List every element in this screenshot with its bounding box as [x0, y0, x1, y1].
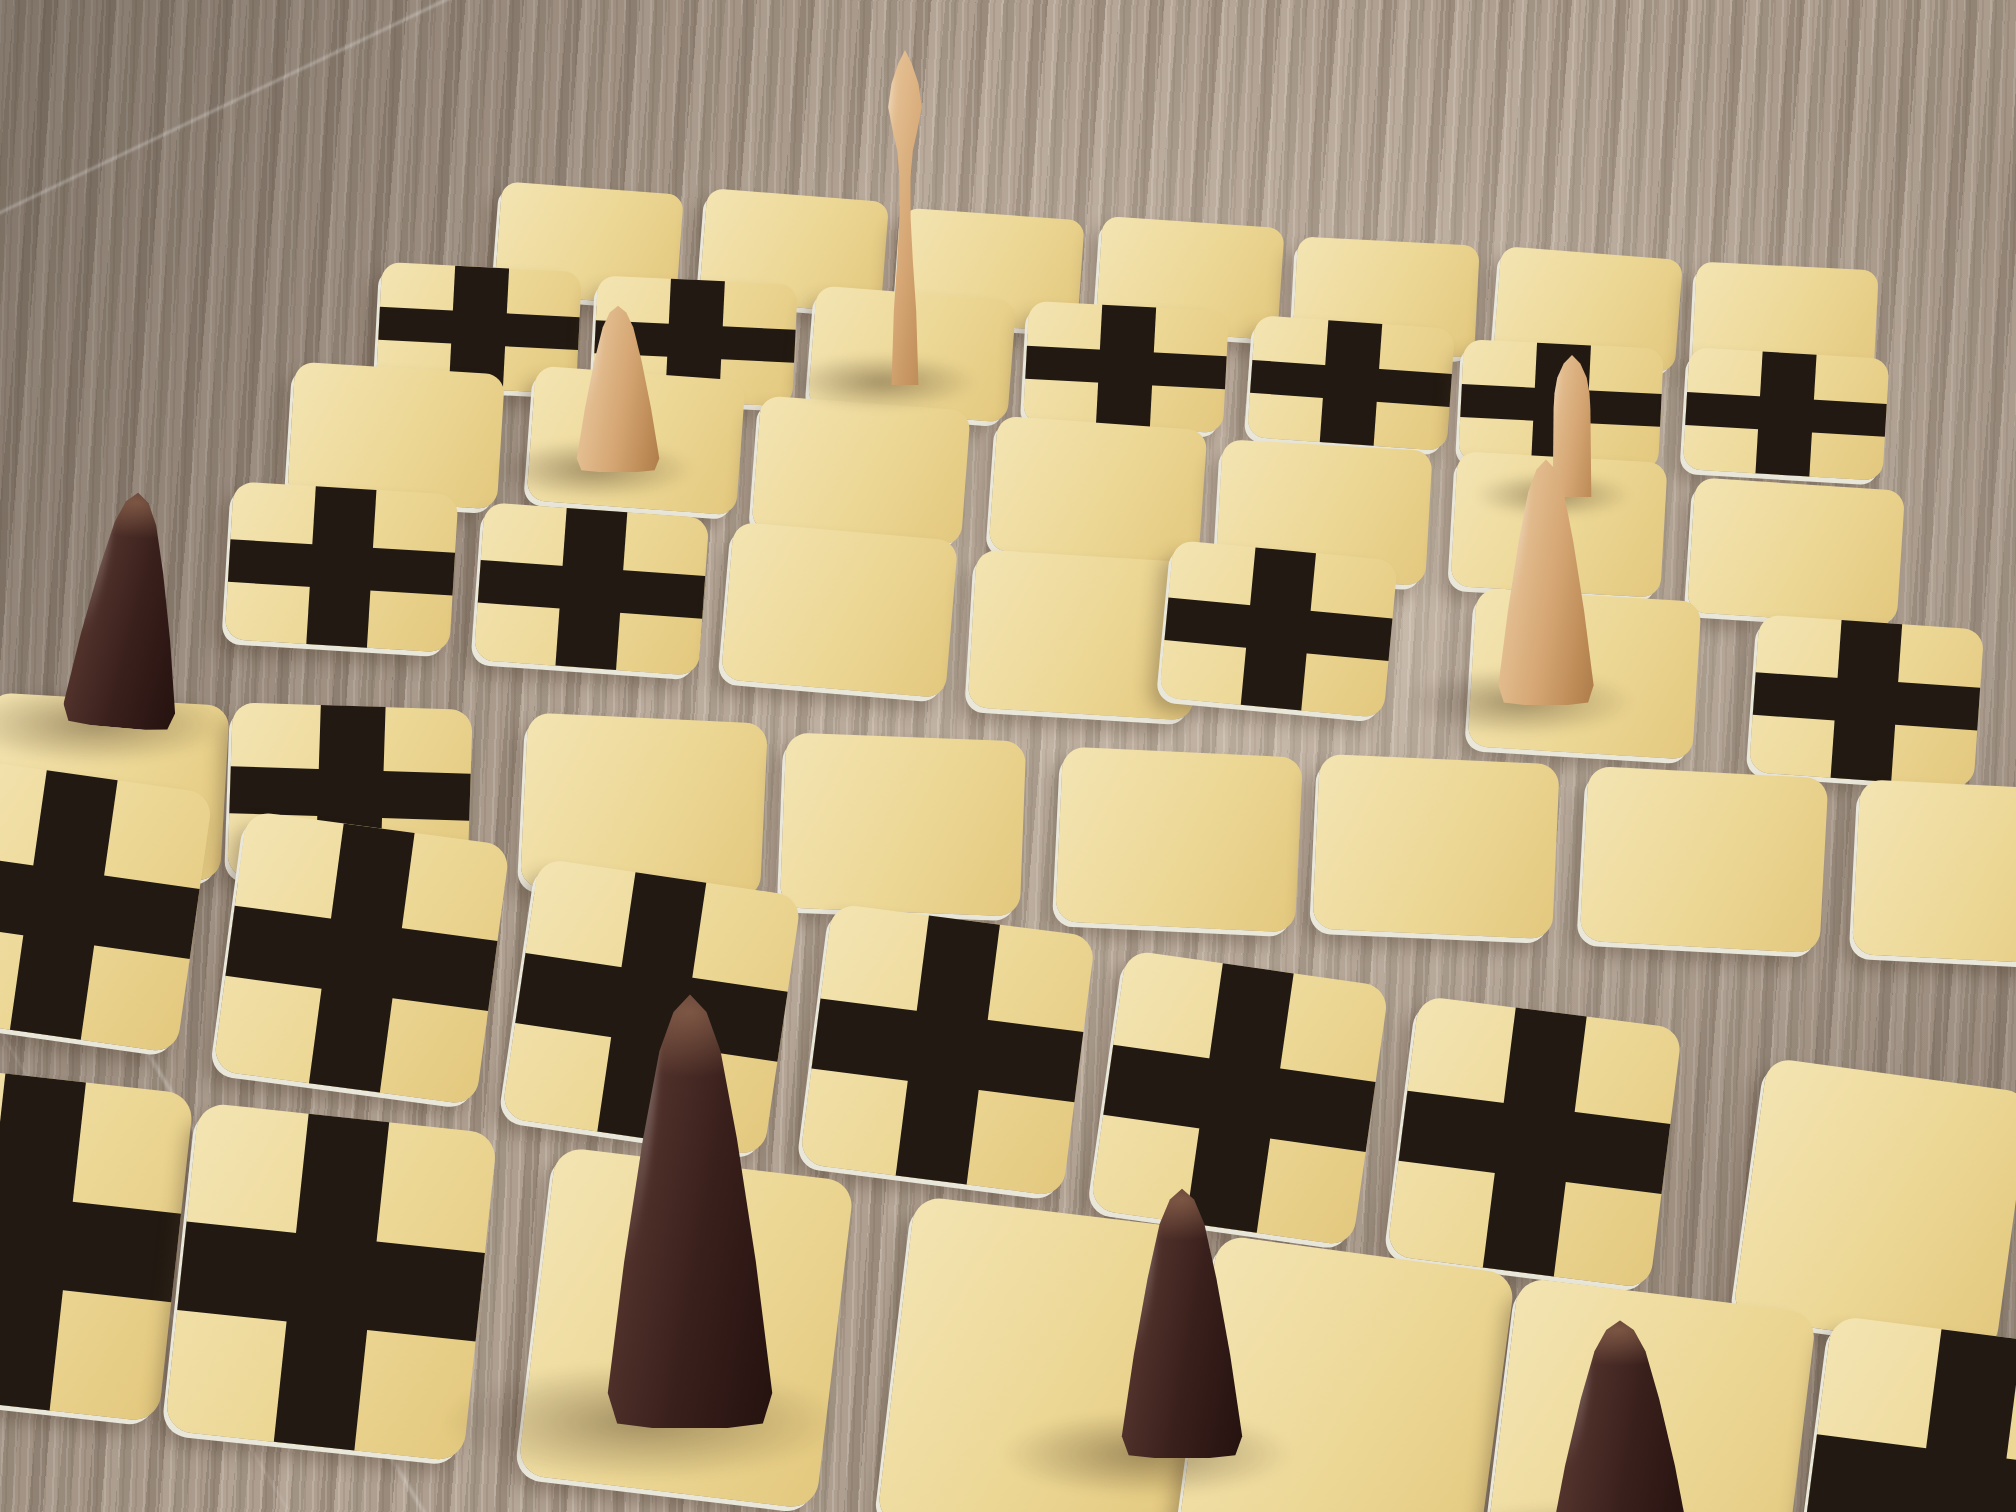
tile-b6-cross[interactable] [212, 811, 509, 1106]
tile-h3-plain[interactable] [1686, 477, 1904, 625]
tile-d6-cross[interactable] [799, 903, 1095, 1197]
tile-h4-cross[interactable] [1749, 615, 1984, 788]
tile-b4-cross[interactable] [225, 482, 459, 653]
tile-c4-cross[interactable] [473, 502, 709, 676]
tile-f4-cross[interactable] [1159, 540, 1398, 718]
tile-g5-plain[interactable] [1580, 766, 1829, 953]
tile-h5-plain[interactable] [1852, 779, 2016, 966]
tile-a7-cross[interactable] [0, 1061, 194, 1422]
tile-d3-plain[interactable] [751, 396, 970, 546]
tile-a6-cross[interactable] [0, 757, 213, 1054]
tile-g7-cross[interactable] [1790, 1315, 2016, 1512]
tile-f6-cross[interactable] [1387, 995, 1683, 1288]
tile-f5-plain[interactable] [1312, 754, 1559, 939]
tile-e6-cross[interactable] [1090, 950, 1389, 1247]
piece-shadow [787, 354, 977, 410]
tile-e5-plain[interactable] [1055, 747, 1303, 933]
photo-stage [0, 0, 2016, 1512]
tile-h2-cross[interactable] [1683, 347, 1890, 481]
tile-d5-plain[interactable] [780, 733, 1026, 917]
game-board [0, 0, 2016, 1512]
tile-d4-plain[interactable] [721, 521, 959, 698]
tile-f2-cross[interactable] [1247, 315, 1455, 451]
tile-e2-cross[interactable] [1023, 301, 1229, 433]
